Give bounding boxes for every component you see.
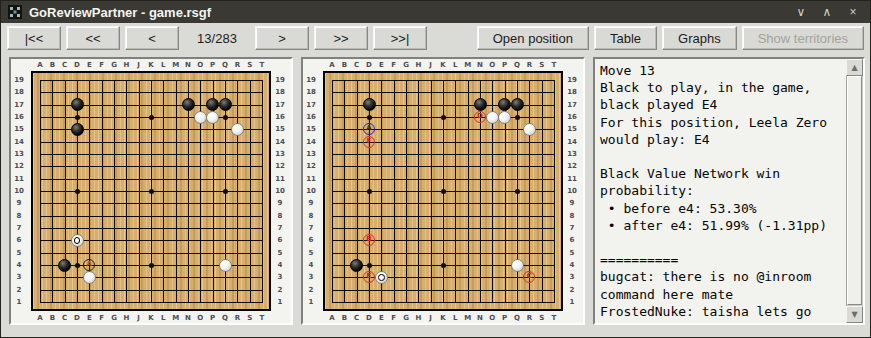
coordinate-label: L: [158, 61, 168, 69]
coordinate-label: 13: [567, 150, 577, 158]
grid-line: [163, 80, 164, 303]
coordinate-label: 1: [14, 298, 24, 306]
coordinate-label: 8: [14, 212, 24, 220]
coordinate-label: H: [121, 61, 131, 69]
coordinate-label: T: [549, 314, 559, 322]
coordinate-label: D: [364, 314, 374, 322]
move-label-A-D15[interactable]: A: [363, 123, 375, 135]
coordinate-label: 11: [567, 175, 577, 183]
white-stone-Q4: [219, 259, 232, 272]
coordinate-label: F: [389, 314, 399, 322]
coordinate-label: E: [376, 314, 386, 322]
grid-line: [176, 80, 177, 303]
star-point: [515, 189, 520, 194]
coordinate-label: 17: [14, 101, 24, 109]
coordinate-label: 12: [14, 162, 24, 170]
grid-line: [332, 253, 555, 254]
coordinate-label: G: [401, 61, 411, 69]
coordinate-label: F: [97, 61, 107, 69]
goban[interactable]: A: [31, 71, 271, 311]
window-title: GoReviewPartner - game.rsgf: [29, 5, 788, 20]
close-button[interactable]: ×: [840, 3, 866, 21]
coordinate-label: 3: [306, 273, 316, 281]
coordinate-label: 5: [567, 249, 577, 257]
last-move-circle-mark: [378, 274, 385, 281]
coordinate-label: 9: [306, 199, 316, 207]
window-controls: ∨ ∧ ×: [788, 3, 866, 21]
star-point: [149, 115, 154, 120]
analysis-panel: Move 13 Black to play, in the game, blac…: [593, 57, 865, 325]
coordinate-label: 5: [306, 249, 316, 257]
down-arrow-icon: ▼: [851, 311, 857, 319]
star-point: [75, 115, 80, 120]
black-stone-D15: [71, 123, 84, 136]
coordinate-label: H: [121, 314, 131, 322]
coordinate-label: 3: [567, 273, 577, 281]
coordinate-label: H: [413, 314, 423, 322]
app-icon: [8, 5, 22, 19]
coordinate-label: C: [352, 314, 362, 322]
coordinate-label: 16: [567, 113, 577, 121]
coordinate-label: 15: [306, 125, 316, 133]
titlebar[interactable]: GoReviewPartner - game.rsgf ∨ ∧ ×: [1, 1, 870, 23]
scrollbar-track[interactable]: [846, 76, 863, 306]
coordinate-label: 11: [306, 175, 316, 183]
coordinate-label: S: [537, 314, 547, 322]
coordinate-label: 7: [306, 224, 316, 232]
coordinate-label: N: [475, 61, 485, 69]
coordinate-label: 15: [275, 125, 285, 133]
black-stone-C4: [58, 259, 71, 272]
black-stone-P17: [206, 98, 219, 111]
coordinate-label: D: [72, 61, 82, 69]
coordinate-label: 13: [14, 150, 24, 158]
coordinate-label: 13: [306, 150, 316, 158]
white-stone-P16: [498, 111, 511, 124]
coordinate-label: S: [537, 61, 547, 69]
grid-line: [332, 290, 555, 291]
grid-line: [332, 203, 555, 204]
grid-line: [262, 80, 263, 303]
coordinate-label: Q: [220, 61, 230, 69]
move-label-D-N16[interactable]: D: [474, 111, 486, 123]
game-board[interactable]: AAABBCCDDEEFFGGHHJJKKLLMMNNOOPPQQRRSSTT1…: [11, 59, 291, 323]
coordinate-label: G: [401, 314, 411, 322]
white-stone-O16: [486, 111, 499, 124]
open-position-button[interactable]: Open position: [477, 26, 589, 50]
coordinate-label: K: [438, 314, 448, 322]
coordinate-label: 1: [275, 298, 285, 306]
graphs-button[interactable]: Graphs: [662, 26, 737, 50]
nav-back-fast-button[interactable]: <<: [66, 26, 120, 50]
coordinate-label: 1: [567, 298, 577, 306]
coordinate-label: 4: [567, 261, 577, 269]
coordinate-label: 10: [275, 187, 285, 195]
grid-line: [554, 80, 555, 303]
coordinate-label: 3: [275, 273, 285, 281]
move-label-F-D14[interactable]: F: [363, 136, 375, 148]
coordinate-label: 4: [275, 261, 285, 269]
grid-line: [40, 203, 263, 204]
move-label-A-E4[interactable]: A: [83, 259, 95, 271]
coordinate-label: D: [364, 61, 374, 69]
star-point: [367, 189, 372, 194]
coordinate-label: Q: [512, 314, 522, 322]
coordinate-label: 16: [306, 113, 316, 121]
game-board-panel: AAABBCCDDEEFFGGHHJJKKLLMMNNOOPPQQRRSSTT1…: [9, 57, 293, 325]
coordinate-label: B: [339, 61, 349, 69]
action-buttons: Open position Table Graphs Show territor…: [477, 26, 864, 50]
show-territories-button: Show territories: [742, 26, 864, 50]
coordinate-label: T: [257, 61, 267, 69]
black-stone-Q17: [511, 98, 524, 111]
coordinate-label: T: [549, 61, 559, 69]
coordinate-label: 17: [567, 101, 577, 109]
coordinate-label: 19: [14, 76, 24, 84]
coordinate-label: Q: [220, 314, 230, 322]
grid-line: [40, 253, 263, 254]
goban[interactable]: AFDBEC: [323, 71, 563, 311]
coordinate-label: E: [84, 61, 94, 69]
bottom-strip: [1, 325, 870, 337]
coordinate-label: D: [72, 314, 82, 322]
grid-line: [529, 80, 530, 303]
coordinate-label: 19: [306, 76, 316, 84]
coordinate-label: 19: [567, 76, 577, 84]
white-stone-O16: [194, 111, 207, 124]
coordinate-label: H: [413, 61, 423, 69]
white-stone-D6: [71, 234, 84, 247]
coordinate-label: 2: [567, 286, 577, 294]
toolbar: |<< << < 13/283 > >> >>| Open position T…: [1, 23, 870, 53]
nav-forward-button[interactable]: >: [255, 26, 309, 50]
coordinate-label: R: [232, 314, 242, 322]
star-point: [223, 189, 228, 194]
coordinate-label: 1: [306, 298, 316, 306]
white-stone-R15: [231, 123, 244, 136]
coordinate-label: 2: [14, 286, 24, 294]
move-label-B-D6[interactable]: B: [363, 234, 375, 246]
coordinate-label: P: [500, 314, 510, 322]
coordinate-label: E: [376, 61, 386, 69]
coordinate-label: J: [426, 314, 436, 322]
black-stone-C4: [350, 259, 363, 272]
nav-end-button[interactable]: >>|: [373, 26, 427, 50]
coordinate-label: G: [109, 61, 119, 69]
coordinate-label: L: [450, 314, 460, 322]
coordinate-label: 18: [275, 88, 285, 96]
coordinate-label: T: [257, 314, 267, 322]
coordinate-label: 19: [275, 76, 285, 84]
coordinate-label: P: [208, 61, 218, 69]
coordinate-label: L: [158, 314, 168, 322]
coordinate-label: N: [183, 61, 193, 69]
white-stone-E3: [83, 271, 96, 284]
grid-line: [332, 228, 555, 229]
move-label-E-D3[interactable]: E: [363, 271, 375, 283]
coordinate-label: L: [450, 61, 460, 69]
analysis-board-panel: AFDBECAABBCCDDEEFFGGHHJJKKLLMMNNOOPPQQRR…: [301, 57, 585, 325]
scrollbar[interactable]: ▲ ▼: [846, 59, 863, 323]
coordinate-label: M: [171, 314, 181, 322]
coordinate-label: 14: [567, 138, 577, 146]
grid-line: [40, 290, 263, 291]
coordinate-label: P: [208, 314, 218, 322]
coordinate-label: 12: [275, 162, 285, 170]
coordinate-label: A: [327, 314, 337, 322]
grid-line: [332, 302, 555, 303]
star-point: [441, 263, 446, 268]
grid-line: [40, 228, 263, 229]
coordinate-label: 6: [14, 236, 24, 244]
coordinate-label: A: [327, 61, 337, 69]
grid-line: [237, 80, 238, 303]
coordinate-label: 14: [14, 138, 24, 146]
star-point: [367, 115, 372, 120]
star-point: [441, 115, 446, 120]
black-stone-P17: [498, 98, 511, 111]
scroll-up-button[interactable]: ▲: [846, 59, 863, 76]
black-stone-N17: [182, 98, 195, 111]
black-stone-D17: [363, 98, 376, 111]
coordinate-label: 2: [275, 286, 285, 294]
coordinate-label: 6: [567, 236, 577, 244]
star-point: [515, 115, 520, 120]
main-content: AAABBCCDDEEFFGGHHJJKKLLMMNNOOPPQQRRSSTT1…: [9, 57, 865, 325]
coordinate-label: N: [475, 314, 485, 322]
coordinate-label: C: [60, 61, 70, 69]
coordinate-label: Q: [512, 61, 522, 69]
coordinate-label: A: [35, 61, 45, 69]
up-arrow-icon: ▲: [851, 64, 857, 72]
grid-line: [250, 80, 251, 303]
coordinate-label: J: [426, 61, 436, 69]
coordinate-label: 8: [275, 212, 285, 220]
black-stone-D17: [71, 98, 84, 111]
coordinate-label: 9: [567, 199, 577, 207]
coordinate-label: B: [339, 314, 349, 322]
coordinate-label: 8: [567, 212, 577, 220]
grid-line: [188, 80, 189, 303]
coordinate-label: O: [195, 314, 205, 322]
coordinate-label: R: [232, 61, 242, 69]
star-point: [149, 189, 154, 194]
coordinate-label: 14: [306, 138, 316, 146]
coordinate-label: O: [195, 61, 205, 69]
star-point: [75, 189, 80, 194]
analysis-text: Move 13 Black to play, in the game, blac…: [595, 59, 843, 323]
star-point: [223, 115, 228, 120]
app-window: GoReviewPartner - game.rsgf ∨ ∧ × |<< <<…: [0, 0, 871, 338]
coordinate-label: K: [438, 61, 448, 69]
coordinate-label: 14: [275, 138, 285, 146]
coordinate-label: E: [84, 314, 94, 322]
white-stone-E3: [375, 271, 388, 284]
star-point: [149, 263, 154, 268]
coordinate-label: N: [183, 314, 193, 322]
coordinate-label: 12: [306, 162, 316, 170]
coordinate-label: 4: [14, 261, 24, 269]
nav-start-button[interactable]: |<<: [7, 26, 61, 50]
black-stone-N17: [474, 98, 487, 111]
black-stone-Q17: [219, 98, 232, 111]
table-button[interactable]: Table: [594, 26, 657, 50]
coordinate-label: 11: [14, 175, 24, 183]
coordinate-label: G: [109, 314, 119, 322]
coordinate-label: 15: [567, 125, 577, 133]
grid-line: [40, 216, 263, 217]
coordinate-label: K: [146, 61, 156, 69]
coordinate-label: S: [245, 314, 255, 322]
coordinate-label: 5: [14, 249, 24, 257]
coordinate-label: 12: [567, 162, 577, 170]
coordinate-label: J: [134, 314, 144, 322]
grid-line: [455, 80, 456, 303]
coordinate-label: 7: [275, 224, 285, 232]
move-label-C-R3[interactable]: C: [523, 271, 535, 283]
coordinate-label: 17: [306, 101, 316, 109]
coordinate-label: C: [352, 61, 362, 69]
grid-line: [332, 216, 555, 217]
coordinate-label: K: [146, 314, 156, 322]
star-point: [441, 189, 446, 194]
grid-line: [40, 277, 263, 278]
maximize-button[interactable]: ∧: [814, 3, 840, 21]
coordinate-label: 15: [14, 125, 24, 133]
coordinate-label: F: [97, 314, 107, 322]
coordinate-label: 6: [275, 236, 285, 244]
coordinate-label: 9: [275, 199, 285, 207]
coordinate-label: 16: [275, 113, 285, 121]
grid-line: [40, 302, 263, 303]
coordinate-label: 10: [567, 187, 577, 195]
coordinate-label: O: [487, 314, 497, 322]
white-stone-R15: [523, 123, 536, 136]
coordinate-label: 10: [14, 187, 24, 195]
coordinate-label: O: [487, 61, 497, 69]
coordinate-label: M: [463, 314, 473, 322]
grid-line: [468, 80, 469, 303]
grid-line: [542, 80, 543, 303]
coordinate-label: 8: [306, 212, 316, 220]
star-point: [75, 263, 80, 268]
coordinate-label: 2: [306, 286, 316, 294]
coordinate-label: M: [463, 61, 473, 69]
scroll-down-button[interactable]: ▼: [846, 306, 863, 323]
coordinate-label: J: [134, 61, 144, 69]
coordinate-label: A: [35, 314, 45, 322]
coordinate-label: 9: [14, 199, 24, 207]
coordinate-label: 17: [275, 101, 285, 109]
coordinate-label: 5: [275, 249, 285, 257]
coordinate-label: 10: [306, 187, 316, 195]
coordinate-label: 16: [14, 113, 24, 121]
nav-forward-fast-button[interactable]: >>: [314, 26, 368, 50]
coordinate-label: 3: [14, 273, 24, 281]
coordinate-label: 11: [275, 175, 285, 183]
coordinate-label: B: [47, 314, 57, 322]
coordinate-label: F: [389, 61, 399, 69]
coordinate-label: 7: [14, 224, 24, 232]
coordinate-label: S: [245, 61, 255, 69]
coordinate-label: 6: [306, 236, 316, 244]
coordinate-label: 18: [306, 88, 316, 96]
white-stone-Q4: [511, 259, 524, 272]
coordinate-label: B: [47, 61, 57, 69]
coordinate-label: R: [524, 61, 534, 69]
star-point: [367, 263, 372, 268]
coordinate-label: R: [524, 314, 534, 322]
coordinate-label: 18: [567, 88, 577, 96]
last-move-circle-mark: [74, 237, 81, 244]
minimize-button[interactable]: ∨: [788, 3, 814, 21]
coordinate-label: M: [171, 61, 181, 69]
coordinate-label: P: [500, 61, 510, 69]
coordinate-label: C: [60, 314, 70, 322]
coordinate-label: 7: [567, 224, 577, 232]
move-counter: 13/283: [184, 31, 250, 46]
white-stone-P16: [206, 111, 219, 124]
coordinate-label: 13: [275, 150, 285, 158]
coordinate-label: 4: [306, 261, 316, 269]
coordinate-label: 18: [14, 88, 24, 96]
scrollbar-thumb[interactable]: [847, 76, 862, 305]
nav-back-button[interactable]: <: [125, 26, 179, 50]
analysis-board[interactable]: AFDBECAABBCCDDEEFFGGHHJJKKLLMMNNOOPPQQRR…: [303, 59, 583, 323]
